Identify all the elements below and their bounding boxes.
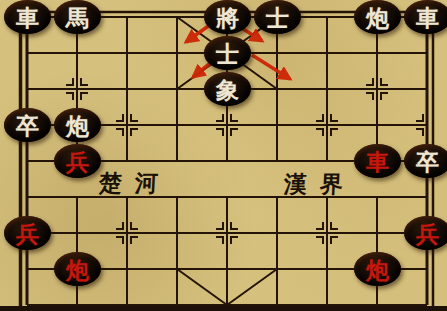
piece-glyph: 車 <box>16 6 39 29</box>
black-soldier[interactable]: 卒 <box>404 144 447 178</box>
piece-glyph: 卒 <box>416 150 439 173</box>
red-soldier[interactable]: 兵 <box>4 216 51 250</box>
red-soldier[interactable]: 兵 <box>54 144 101 178</box>
piece-glyph: 炮 <box>366 258 389 281</box>
black-chariot[interactable]: 車 <box>404 0 447 34</box>
piece-glyph: 士 <box>266 6 289 29</box>
piece-glyph: 兵 <box>66 150 89 173</box>
piece-glyph: 象 <box>216 78 239 101</box>
black-soldier[interactable]: 卒 <box>4 108 51 142</box>
black-elephant[interactable]: 象 <box>204 72 251 106</box>
red-chariot[interactable]: 車 <box>354 144 401 178</box>
piece-glyph: 車 <box>366 150 389 173</box>
piece-glyph: 馬 <box>66 6 89 29</box>
piece-glyph: 炮 <box>66 258 89 281</box>
xiangqi-game-screen: 車馬將士炮車士象卒炮兵車卒兵兵炮炮 楚河 漢界 <box>0 0 447 311</box>
piece-glyph: 炮 <box>366 6 389 29</box>
black-general[interactable]: 將 <box>204 0 251 34</box>
pieces-layer: 車馬將士炮車士象卒炮兵車卒兵兵炮炮 <box>0 0 447 311</box>
piece-glyph: 將 <box>216 6 239 29</box>
black-advisor[interactable]: 士 <box>204 36 251 70</box>
piece-glyph: 車 <box>416 6 439 29</box>
red-soldier[interactable]: 兵 <box>404 216 447 250</box>
piece-glyph: 卒 <box>16 114 39 137</box>
black-cannon[interactable]: 炮 <box>54 108 101 142</box>
black-chariot[interactable]: 車 <box>4 0 51 34</box>
red-cannon[interactable]: 炮 <box>54 252 101 286</box>
black-cannon[interactable]: 炮 <box>354 0 401 34</box>
piece-glyph: 士 <box>216 42 239 65</box>
river-label-chu-he: 楚河 <box>98 168 171 194</box>
black-advisor[interactable]: 士 <box>254 0 301 34</box>
piece-glyph: 炮 <box>66 114 89 137</box>
black-horse[interactable]: 馬 <box>54 0 101 34</box>
piece-glyph: 兵 <box>16 222 39 245</box>
river-label-han-jie: 漢界 <box>283 169 356 195</box>
piece-glyph: 兵 <box>416 222 439 245</box>
red-cannon[interactable]: 炮 <box>354 252 401 286</box>
